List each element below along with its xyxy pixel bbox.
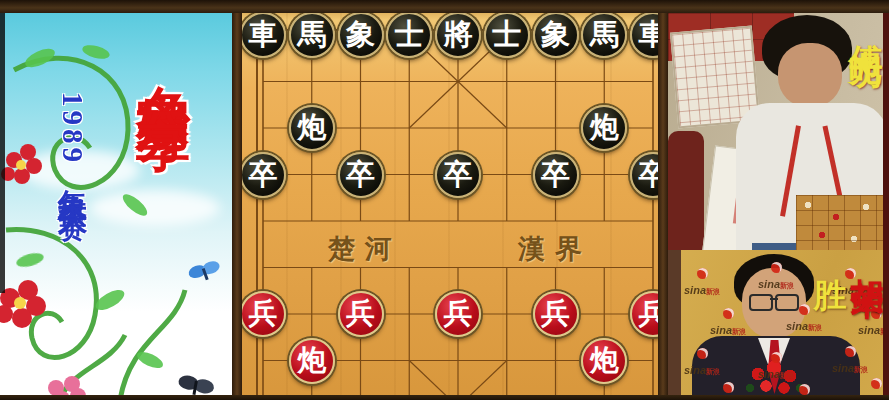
piece-black-advisor-f5r0[interactable]: 士 [484,12,530,58]
caption-fu-guangming: 傅光明 [845,17,885,35]
piece-black-advisor-f3r0[interactable]: 士 [386,12,432,58]
sina-eye-icon [799,384,810,395]
top-frame-bar [0,0,889,13]
panel-subtitle: 1989年象棋个人赛 [52,92,92,190]
piece-red-cannon-f1r7[interactable]: 炮 [289,338,335,384]
sina-logo: sina新浪 [818,268,882,298]
piece-black-soldier-f4r3[interactable]: 卒 [435,152,481,198]
screenshot-stage: 名家妙局分享 1989年象棋个人赛 楚河 漢界 車馬象士將士象馬車炮炮卒卒卒卒卒… [0,0,889,400]
piece-red-soldier-f0r6[interactable]: 兵 [240,291,286,337]
sina-eye-icon [697,268,708,279]
sina-eye-icon [771,352,782,363]
game-board-on-table [796,195,889,250]
sina-eye-icon [845,346,856,357]
sina-logo: sina新浪 [670,348,734,378]
piece-red-soldier-f6r6[interactable]: 兵 [533,291,579,337]
bottom-frame-bar [0,395,889,400]
caption-name: 胡荣华 [848,252,885,264]
butterfly-blue [187,258,223,285]
piece-black-soldier-f0r3[interactable]: 卒 [240,152,286,198]
sina-logo: sina新浪 [772,384,836,395]
right-maroon-stripe [883,0,889,400]
sina-logo: sina新浪 [744,262,808,292]
top-photo-fu-guangming: 傅光明 [668,13,889,250]
sina-eye-icon [723,308,734,319]
sina-eye-icon [723,382,734,393]
piece-black-elephant-f2r0[interactable]: 象 [338,12,384,58]
left-edge-shadow [0,13,5,293]
bottom-photo-hu-ronghua: sina新浪sina新浪sina新浪sina新浪sina新浪sina新浪sina… [668,250,889,395]
caption-wins: 胜 [811,252,848,264]
sina-eye-icon [799,304,810,315]
sina-eye-icon [697,348,708,359]
piece-black-chariot-f0r0[interactable]: 車 [240,12,286,58]
piece-red-soldier-f4r6[interactable]: 兵 [435,291,481,337]
sina-logo: sina新浪 [744,352,808,382]
piece-black-soldier-f6r3[interactable]: 卒 [533,152,579,198]
player-face [778,43,842,107]
sina-eye-icon [871,378,882,389]
sina-logo: sina新浪 [818,346,882,376]
caption-hu-ronghua-wins: 胡荣华 胜 [811,252,885,264]
vine-flower-decoration [0,0,232,400]
piece-black-horse-f7r0[interactable]: 馬 [581,12,627,58]
board-frame-right [658,0,668,400]
sina-eye-icon [771,262,782,273]
sina-logo: sina新浪 [696,382,760,395]
piece-black-elephant-f6r0[interactable]: 象 [533,12,579,58]
sina-eye-icon [871,308,882,319]
piece-black-cannon-f1r2[interactable]: 炮 [289,105,335,151]
sina-logo: sina新浪 [696,308,760,338]
sina-logo: sina新浪 [670,268,734,298]
board-frame-left [232,0,242,400]
xiangqi-board: 楚河 漢界 車馬象士將士象馬車炮炮卒卒卒卒卒兵兵兵兵兵炮炮 [232,0,668,400]
river-label-left: 楚河 [328,231,402,267]
right-photo-panel: 傅光明 sina新浪sina新浪sina新浪sina新浪sina新浪sina新浪… [668,0,889,400]
river-label-right: 漢界 [518,231,592,267]
panel-title: 名家妙局分享 [130,42,196,78]
piece-black-horse-f1r0[interactable]: 馬 [289,12,335,58]
piece-black-general-f4r0[interactable]: 將 [435,12,481,58]
glasses [748,294,800,308]
piece-black-cannon-f7r2[interactable]: 炮 [581,105,627,151]
sina-eye-icon [845,268,856,279]
left-title-panel: 名家妙局分享 1989年象棋个人赛 [0,0,232,400]
piece-black-soldier-f2r3[interactable]: 卒 [338,152,384,198]
red-chair [668,131,704,250]
piece-red-cannon-f7r7[interactable]: 炮 [581,338,627,384]
piece-red-soldier-f2r6[interactable]: 兵 [338,291,384,337]
